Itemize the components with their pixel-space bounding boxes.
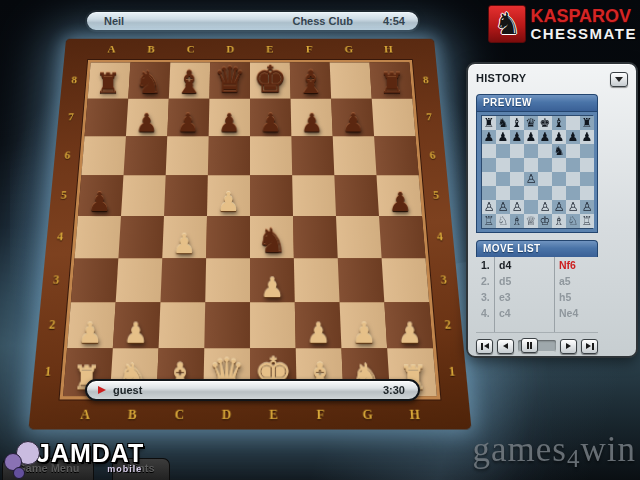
preview-square: ♜	[482, 116, 496, 130]
move-list: 1. d4 Nf6 2. d5 a5 3. e3 h5 4. c4 Ne	[476, 257, 598, 333]
preview-square	[552, 186, 566, 200]
panel-collapse-button[interactable]	[610, 72, 628, 87]
file-label: F	[289, 39, 329, 60]
chess-piece-black-n: ♞	[552, 144, 566, 158]
preview-square	[496, 144, 510, 158]
chess-piece-black-p: ♟	[482, 130, 496, 144]
preview-square: ♟	[510, 130, 524, 144]
skip-end-button[interactable]	[581, 339, 598, 354]
board-square[interactable]	[338, 258, 385, 302]
chess-piece-black-b: ♝	[291, 66, 332, 98]
preview-square: ♘	[496, 214, 510, 228]
board-square[interactable]: ♟	[250, 99, 291, 137]
player-name: guest	[113, 384, 142, 396]
chess-piece-black-k: ♚	[250, 60, 291, 98]
chess-piece-black-p: ♟	[333, 110, 374, 135]
board-square[interactable]: ♛	[209, 62, 250, 98]
chess-piece-black-p: ♟	[250, 110, 291, 135]
preview-square	[496, 186, 510, 200]
preview-square	[580, 186, 594, 200]
chess-piece-white-b: ♗	[552, 214, 566, 228]
preview-square: ♙	[510, 200, 524, 214]
board-square[interactable]	[204, 302, 250, 348]
preview-square: ♗	[510, 214, 524, 228]
step-back-button[interactable]	[497, 339, 514, 354]
preview-square	[524, 158, 538, 172]
rank-label: 7	[415, 99, 443, 137]
player-bar: guest 3:30	[85, 379, 420, 401]
move-number: 2.	[476, 275, 494, 287]
file-label: B	[131, 39, 172, 60]
black-move-highlighted: Nf6	[554, 259, 598, 271]
board-square[interactable]: ♟	[250, 258, 295, 302]
preview-square: ♙	[538, 200, 552, 214]
board-playing-area: ♜♞♝♛♚♝♜♟♟♟♟♟♟♟♟♟♟♞♟♟♟♟♟♟♜♞♝♛♚♝♞♜	[60, 60, 441, 400]
chess-piece-black-n: ♞	[250, 223, 294, 257]
chess-piece-black-r: ♜	[580, 116, 594, 130]
chess-piece-white-p: ♙	[524, 172, 538, 186]
black-move: a5	[554, 275, 598, 287]
preview-square: ♗	[552, 214, 566, 228]
chess-piece-white-p: ♟	[296, 319, 342, 347]
preview-square	[580, 144, 594, 158]
file-label: H	[368, 39, 409, 60]
chess-piece-black-p: ♟	[552, 130, 566, 144]
board-square[interactable]	[75, 216, 121, 258]
preview-square: ♙	[580, 200, 594, 214]
preview-square: ♚	[538, 116, 552, 130]
preview-square: ♟	[580, 130, 594, 144]
board-square[interactable]: ♝	[290, 62, 331, 98]
file-labels-bottom: ABCDEFGH	[60, 399, 439, 429]
chess-piece-black-p: ♟	[291, 110, 332, 135]
board-square[interactable]	[336, 216, 382, 258]
board-square[interactable]	[164, 175, 208, 216]
preview-square: ♟	[496, 130, 510, 144]
board-square[interactable]	[372, 99, 416, 137]
turn-flag-icon	[98, 386, 106, 394]
preview-square: ♕	[524, 214, 538, 228]
preview-square	[510, 172, 524, 186]
white-move: c4	[494, 307, 554, 319]
board-square[interactable]: ♟	[295, 302, 342, 348]
rank-label: 5	[422, 175, 451, 216]
board-square[interactable]	[121, 175, 166, 216]
skip-start-button[interactable]	[476, 339, 493, 354]
preview-square: ♙	[566, 200, 580, 214]
chess-piece-black-p: ♟	[510, 130, 524, 144]
preview-square	[524, 144, 538, 158]
file-label: D	[203, 399, 250, 429]
preview-square: ♛	[524, 116, 538, 130]
preview-square	[482, 186, 496, 200]
preview-square	[524, 186, 538, 200]
chess-piece-white-p: ♟	[250, 274, 295, 301]
preview-square	[538, 144, 552, 158]
brand-kasparov: KASPAROV	[530, 7, 637, 25]
rank-label: 5	[49, 175, 78, 216]
preview-square: ♙	[496, 200, 510, 214]
preview-square	[538, 158, 552, 172]
board-square[interactable]	[116, 258, 163, 302]
chess-piece-black-r: ♜	[88, 70, 129, 98]
board-square[interactable]: ♝	[169, 62, 210, 98]
jamdat-wordmark: JAMDAT	[36, 441, 144, 466]
brand-chessmate: CHESSMATE	[530, 26, 637, 41]
chess-piece-white-p: ♟	[341, 319, 387, 347]
preview-square	[510, 144, 524, 158]
rank-label: 6	[53, 136, 82, 175]
rank-label: 2	[432, 302, 463, 348]
preview-square: ♖	[580, 214, 594, 228]
chess-piece-black-p: ♟	[78, 189, 121, 215]
chess-piece-white-p: ♙	[482, 200, 496, 214]
preview-square: ♟	[566, 130, 580, 144]
column-divider	[494, 257, 495, 332]
board-square[interactable]: ♟	[207, 175, 250, 216]
preview-board-grid: ♜♞♝♛♚♝♜♟♟♟♟♟♟♟♟♞♙♙♙♙♙♙♙♙♖♘♗♕♔♗♘♖	[481, 115, 593, 229]
black-move: h5	[554, 291, 598, 303]
chess-piece-white-b: ♗	[510, 214, 524, 228]
chess-piece-white-p: ♟	[207, 189, 250, 215]
board-square[interactable]: ♜	[370, 62, 413, 98]
board-square[interactable]	[159, 302, 206, 348]
board-square[interactable]	[206, 216, 250, 258]
board-square[interactable]: ♟	[331, 99, 374, 137]
preview-square: ♟	[538, 130, 552, 144]
preview-square	[566, 172, 580, 186]
preview-board: ♜♞♝♛♚♝♜♟♟♟♟♟♟♟♟♞♙♙♙♙♙♙♙♙♖♘♗♕♔♗♘♖	[476, 111, 598, 233]
move-number: 3.	[476, 291, 494, 303]
board-square[interactable]: ♟	[113, 302, 161, 348]
board-square[interactable]	[71, 258, 118, 302]
rank-label: 4	[425, 216, 455, 258]
board-square[interactable]	[333, 136, 377, 175]
preview-header: PREVIEW	[476, 94, 598, 111]
board-square[interactable]: ♟	[126, 99, 169, 137]
file-label: A	[60, 399, 109, 429]
chess-piece-black-p: ♟	[379, 189, 422, 215]
preview-square: ♞	[496, 116, 510, 130]
chess-piece-black-k: ♚	[538, 116, 552, 130]
chess-piece-black-b: ♝	[510, 116, 524, 130]
chess-piece-white-r: ♖	[482, 214, 496, 228]
board-square[interactable]: ♟	[291, 99, 333, 137]
chevron-down-icon	[615, 77, 623, 82]
file-label: H	[390, 399, 439, 429]
file-labels-top: ABCDEFGH	[91, 39, 409, 60]
rank-label: 8	[60, 62, 88, 98]
white-move: d4	[494, 259, 554, 271]
preview-square: ♖	[482, 214, 496, 228]
preview-square	[552, 158, 566, 172]
preview-square: ♙	[552, 200, 566, 214]
playback-controls	[476, 337, 598, 355]
rank-label: 7	[57, 99, 85, 137]
board-square[interactable]	[379, 216, 425, 258]
preview-square	[496, 172, 510, 186]
chess-piece-white-p: ♟	[387, 319, 433, 347]
file-label: G	[329, 39, 370, 60]
preview-square	[538, 186, 552, 200]
chess-piece-black-p: ♟	[524, 130, 538, 144]
file-label: E	[250, 39, 290, 60]
white-move: d5	[494, 275, 554, 287]
board-square[interactable]	[118, 216, 164, 258]
board-square[interactable]	[293, 216, 338, 258]
board-square[interactable]	[294, 258, 340, 302]
file-label: B	[108, 399, 157, 429]
chess-piece-white-p: ♙	[552, 200, 566, 214]
board-square[interactable]	[124, 136, 168, 175]
chess-piece-white-p: ♙	[580, 200, 594, 214]
chess-piece-white-p: ♙	[566, 200, 580, 214]
board-square[interactable]: ♞	[128, 62, 170, 98]
chess-piece-white-q: ♕	[524, 214, 538, 228]
chess-piece-black-p: ♟	[580, 130, 594, 144]
white-move: e3	[494, 291, 554, 303]
preview-square: ♟	[482, 130, 496, 144]
chess-piece-black-p: ♟	[126, 110, 167, 135]
board-square[interactable]	[292, 175, 336, 216]
chess-piece-white-n: ♘	[496, 214, 510, 228]
knight-logo-icon: ♞	[488, 5, 526, 43]
jamdat-circles-icon	[4, 441, 42, 479]
board-square[interactable]: ♟	[162, 216, 207, 258]
main-board-area: ABCDEFGH ABCDEFGH 87654321 87654321 ♜♞♝♛…	[18, 0, 482, 436]
board-square[interactable]	[250, 175, 293, 216]
jamdat-mobile-label: mobile	[107, 464, 142, 474]
board-square[interactable]	[85, 99, 129, 137]
chess-piece-white-p: ♟	[67, 319, 113, 347]
preview-square	[538, 172, 552, 186]
move-number: 4.	[476, 307, 494, 319]
preview-square	[566, 158, 580, 172]
preview-square: ♞	[552, 144, 566, 158]
board-frame: ABCDEFGH ABCDEFGH 87654321 87654321 ♜♞♝♛…	[28, 39, 471, 430]
board-square[interactable]	[205, 258, 250, 302]
board-square[interactable]: ♜	[88, 62, 131, 98]
pause-button[interactable]	[521, 338, 538, 353]
board-square[interactable]	[250, 136, 292, 175]
board-square[interactable]: ♟	[67, 302, 116, 348]
board-square[interactable]	[334, 175, 379, 216]
board-square[interactable]	[81, 136, 126, 175]
rank-label: 1	[32, 348, 64, 396]
chess-piece-white-p: ♟	[113, 319, 159, 347]
chess-piece-black-p: ♟	[566, 130, 580, 144]
player-clock: 3:30	[383, 384, 405, 396]
board-square[interactable]: ♚	[250, 62, 291, 98]
file-label: D	[210, 39, 250, 60]
board-square[interactable]	[330, 62, 372, 98]
preview-square: ♙	[524, 172, 538, 186]
board-square[interactable]: ♟	[209, 99, 250, 137]
kasparov-chessmate-logo: ♞ KASPAROV CHESSMATE	[488, 5, 637, 43]
preview-square	[566, 186, 580, 200]
preview-square	[580, 158, 594, 172]
board-square[interactable]: ♟	[78, 175, 124, 216]
main-board-grid: ♜♞♝♛♚♝♜♟♟♟♟♟♟♟♟♟♟♞♟♟♟♟♟♟♜♞♝♛♚♝♞♜	[63, 62, 437, 396]
file-label: A	[91, 39, 132, 60]
board-square[interactable]: ♟	[376, 175, 422, 216]
preview-square	[580, 172, 594, 186]
file-label: G	[344, 399, 393, 429]
chess-piece-black-p: ♟	[496, 130, 510, 144]
chess-piece-white-n: ♘	[566, 214, 580, 228]
preview-square: ♟	[524, 130, 538, 144]
preview-square: ♝	[552, 116, 566, 130]
preview-square	[510, 186, 524, 200]
preview-square: ♝	[510, 116, 524, 130]
column-divider	[554, 257, 555, 332]
chess-piece-white-p: ♙	[510, 200, 524, 214]
board-square[interactable]	[166, 136, 209, 175]
chess-piece-black-r: ♜	[482, 116, 496, 130]
preview-square	[496, 158, 510, 172]
file-label: E	[250, 399, 297, 429]
chess-piece-black-p: ♟	[209, 110, 250, 135]
chess-piece-white-p: ♟	[162, 231, 206, 258]
rank-label: 3	[41, 258, 72, 302]
app-window: Neil Chess Club 4:54 ♞ KASPAROV CHESSMAT…	[0, 0, 640, 480]
preview-square: ♜	[580, 116, 594, 130]
board-square[interactable]: ♟	[340, 302, 388, 348]
board-square[interactable]	[374, 136, 419, 175]
file-label: F	[297, 399, 345, 429]
chess-piece-black-r: ♜	[372, 70, 413, 98]
move-list-header: MOVE LIST	[476, 240, 598, 257]
step-forward-button[interactable]	[560, 339, 577, 354]
chess-piece-black-n: ♞	[496, 116, 510, 130]
history-title: HISTORY	[476, 72, 526, 84]
board-square[interactable]	[291, 136, 334, 175]
chess-piece-white-r: ♖	[580, 214, 594, 228]
rank-label: 6	[418, 136, 447, 175]
chess-piece-black-q: ♛	[524, 116, 538, 130]
preview-square	[524, 200, 538, 214]
black-move: Ne4	[554, 307, 598, 319]
rank-label: 4	[45, 216, 75, 258]
preview-square	[552, 172, 566, 186]
board-square[interactable]	[160, 258, 206, 302]
chess-piece-black-n: ♞	[128, 67, 169, 98]
move-number: 1.	[476, 259, 494, 271]
board-square[interactable]	[208, 136, 250, 175]
preview-square	[482, 172, 496, 186]
chess-piece-black-p: ♟	[167, 110, 208, 135]
chess-piece-black-b: ♝	[169, 66, 210, 98]
preview-square: ♘	[566, 214, 580, 228]
jamdat-logo: JAMDAT mobile	[4, 441, 144, 479]
preview-square: ♟	[552, 130, 566, 144]
board-square[interactable]: ♞	[250, 216, 294, 258]
history-panel: HISTORY PREVIEW ♜♞♝♛♚♝♜♟♟♟♟♟♟♟♟♞♙♙♙♙♙♙♙♙…	[466, 62, 638, 358]
games4win-watermark: games4win	[473, 430, 636, 473]
chess-piece-white-k: ♔	[538, 214, 552, 228]
board-square[interactable]	[382, 258, 429, 302]
board-square[interactable]: ♟	[384, 302, 433, 348]
chess-piece-black-b: ♝	[552, 116, 566, 130]
board-square[interactable]	[250, 302, 296, 348]
board-square[interactable]: ♟	[167, 99, 209, 137]
preview-square	[482, 158, 496, 172]
chess-piece-black-q: ♛	[209, 62, 250, 98]
preview-square	[482, 144, 496, 158]
chess-piece-white-p: ♙	[496, 200, 510, 214]
rank-label: 2	[36, 302, 67, 348]
file-label: C	[170, 39, 210, 60]
playback-track[interactable]	[518, 340, 556, 352]
preview-square	[566, 116, 580, 130]
rank-label: 1	[436, 348, 468, 396]
chess-piece-black-p: ♟	[538, 130, 552, 144]
preview-square: ♙	[482, 200, 496, 214]
preview-square	[566, 144, 580, 158]
preview-square: ♔	[538, 214, 552, 228]
preview-square	[510, 158, 524, 172]
rank-label: 8	[412, 62, 440, 98]
rank-label: 3	[429, 258, 460, 302]
chess-piece-white-p: ♙	[538, 200, 552, 214]
file-label: C	[155, 399, 203, 429]
